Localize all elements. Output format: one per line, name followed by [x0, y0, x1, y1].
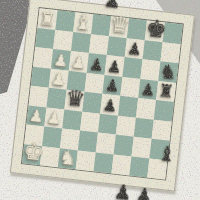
square-a4[interactable] — [29, 86, 49, 107]
square-d5[interactable] — [85, 72, 105, 93]
square-b8[interactable] — [55, 10, 75, 31]
square-b7[interactable] — [53, 30, 73, 51]
captured-black-pawn-bottom-left[interactable]: ♟ — [113, 181, 133, 200]
square-g1[interactable] — [129, 156, 149, 177]
square-b4[interactable] — [47, 88, 67, 109]
square-e7[interactable] — [107, 36, 127, 57]
square-g3[interactable] — [134, 117, 154, 138]
piece-white-queen-e8[interactable]: ♛ — [109, 13, 129, 37]
square-e3[interactable] — [98, 113, 118, 134]
square-d3[interactable] — [80, 111, 100, 132]
piece-white-king-a1[interactable]: ♚ — [22, 139, 42, 164]
square-f6[interactable] — [122, 57, 142, 78]
piece-black-king-g8[interactable]: ♚ — [145, 16, 165, 41]
chess-board[interactable]: ♜♝♛♚♟♟♟♟♟♞♟♟♟♜♛♟♟♟♝♚♞ — [10, 0, 195, 192]
piece-white-pawn-c6[interactable]: ♟ — [69, 53, 89, 71]
square-f5[interactable] — [120, 76, 140, 97]
piece-white-knight-c1[interactable]: ♞ — [58, 147, 78, 168]
piece-white-pawn-b6[interactable]: ♟ — [51, 51, 71, 69]
piece-black-pawn-e5[interactable]: ♟ — [103, 77, 123, 95]
piece-white-pawn-a3[interactable]: ♟ — [27, 108, 47, 126]
square-e2[interactable] — [96, 133, 116, 154]
square-f3[interactable] — [116, 115, 136, 136]
photo-scene: ♜♝♛♚♟♟♟♟♟♞♟♟♟♜♛♟♟♟♝♚♞ ♟♟♟ — [0, 0, 200, 200]
piece-white-rook-a8[interactable]: ♜ — [38, 9, 58, 29]
square-g6[interactable] — [140, 59, 160, 80]
square-g2[interactable] — [132, 137, 152, 158]
board-playing-area[interactable]: ♜♝♛♚♟♟♟♟♟♞♟♟♟♜♛♟♟♟♝♚♞ — [21, 7, 184, 181]
square-g7[interactable] — [143, 40, 163, 61]
piece-black-pawn-g5[interactable]: ♟ — [138, 81, 158, 99]
piece-black-pawn-d6[interactable]: ♟ — [87, 56, 107, 74]
piece-black-bishop-h2[interactable]: ♝ — [157, 142, 177, 164]
square-d7[interactable] — [89, 34, 109, 55]
piece-black-pawn-f7[interactable]: ♟ — [125, 40, 145, 58]
square-d2[interactable] — [78, 131, 98, 152]
square-e1[interactable] — [94, 152, 114, 173]
square-f4[interactable] — [118, 96, 138, 117]
square-f1[interactable] — [111, 154, 131, 175]
square-d1[interactable] — [76, 150, 96, 171]
square-c7[interactable] — [71, 32, 91, 53]
piece-black-queen-c4[interactable]: ♛ — [65, 86, 85, 110]
square-c3[interactable] — [62, 109, 82, 130]
piece-black-pawn-e4[interactable]: ♟ — [100, 96, 120, 114]
square-a5[interactable] — [31, 66, 51, 87]
captured-black-piece-top-edge[interactable]: ♟ — [103, 0, 122, 11]
piece-black-rook-h5[interactable]: ♜ — [156, 81, 176, 101]
square-a6[interactable] — [33, 47, 53, 68]
square-h4[interactable] — [154, 100, 174, 121]
square-f2[interactable] — [114, 135, 134, 156]
piece-black-pawn-e6[interactable]: ♟ — [105, 58, 125, 76]
captured-black-pawn-bottom-right[interactable]: ♟ — [135, 185, 153, 200]
square-g4[interactable] — [136, 98, 156, 119]
piece-white-pawn-b5[interactable]: ♟ — [49, 71, 69, 89]
square-h3[interactable] — [152, 119, 172, 140]
piece-white-bishop-c8[interactable]: ♝ — [73, 11, 93, 33]
square-a7[interactable] — [35, 28, 55, 49]
piece-white-pawn-b3[interactable]: ♟ — [44, 110, 64, 128]
square-d8[interactable] — [91, 14, 111, 35]
